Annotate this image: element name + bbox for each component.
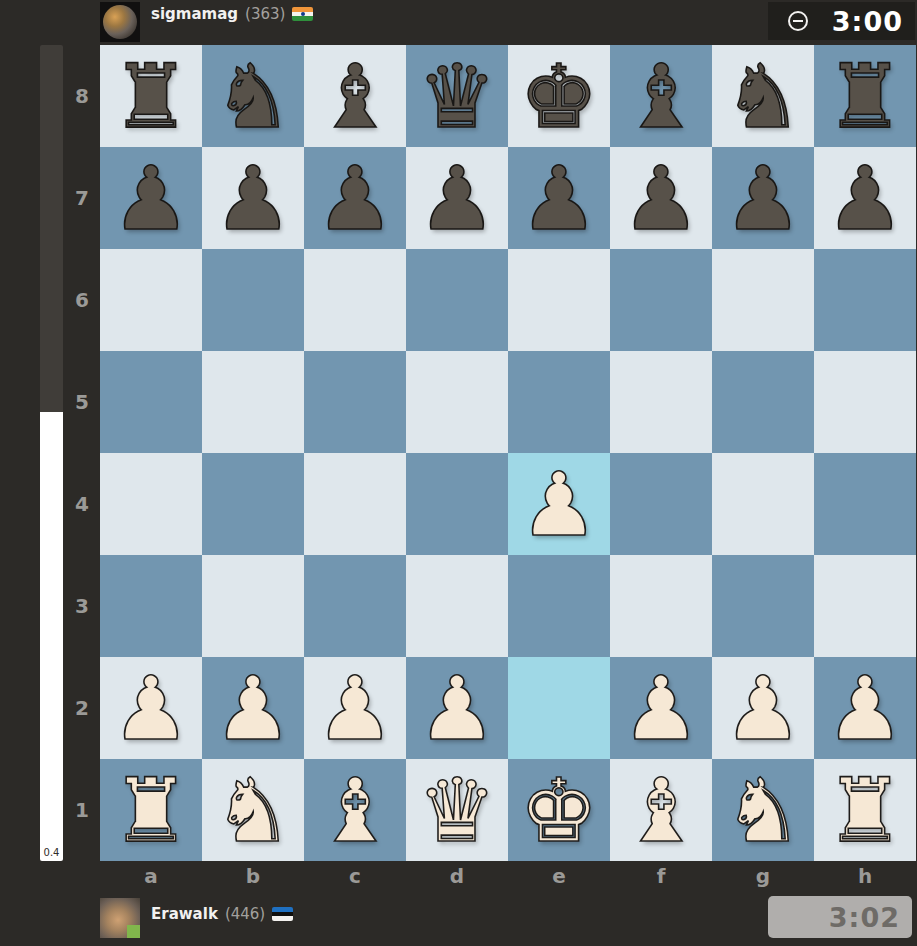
file-label-c: c — [304, 858, 406, 894]
square-d7[interactable]: ♟ — [406, 147, 508, 249]
square-c5[interactable] — [304, 351, 406, 453]
black-bishop-c8[interactable]: ♝ — [304, 45, 406, 147]
square-c3[interactable] — [304, 555, 406, 657]
square-h5[interactable] — [814, 351, 916, 453]
square-f6[interactable] — [610, 249, 712, 351]
bottom-player-avatar[interactable] — [100, 898, 140, 938]
white-pawn-h2[interactable]: ♟ — [814, 657, 916, 759]
square-h2[interactable]: ♟ — [814, 657, 916, 759]
black-pawn-c7[interactable]: ♟ — [304, 147, 406, 249]
square-f1[interactable]: ♝ — [610, 759, 712, 861]
square-e7[interactable]: ♟ — [508, 147, 610, 249]
square-d2[interactable]: ♟ — [406, 657, 508, 759]
square-a7[interactable]: ♟ — [100, 147, 202, 249]
top-player-name[interactable]: sigmamag — [151, 5, 238, 23]
square-a5[interactable] — [100, 351, 202, 453]
square-e4[interactable]: ♟ — [508, 453, 610, 555]
top-clock-time: 3:00 — [832, 6, 915, 37]
square-e6[interactable] — [508, 249, 610, 351]
black-pawn-g7[interactable]: ♟ — [712, 147, 814, 249]
square-a3[interactable] — [100, 555, 202, 657]
square-b5[interactable] — [202, 351, 304, 453]
square-a6[interactable] — [100, 249, 202, 351]
rank-label-2: 2 — [64, 657, 100, 759]
black-rook-a8[interactable]: ♜ — [100, 45, 202, 147]
avatar-image — [103, 5, 137, 39]
rank-label-1: 1 — [64, 759, 100, 861]
bottom-player-name[interactable]: Erawalk — [151, 905, 218, 923]
square-a1[interactable]: ♜ — [100, 759, 202, 861]
square-c1[interactable]: ♝ — [304, 759, 406, 861]
file-label-e: e — [508, 858, 610, 894]
square-e5[interactable] — [508, 351, 610, 453]
square-c2[interactable]: ♟ — [304, 657, 406, 759]
square-e2[interactable] — [508, 657, 610, 759]
square-g4[interactable] — [712, 453, 814, 555]
square-g8[interactable]: ♞ — [712, 45, 814, 147]
india-flag-icon — [292, 7, 313, 21]
square-b2[interactable]: ♟ — [202, 657, 304, 759]
white-pawn-a2[interactable]: ♟ — [100, 657, 202, 759]
black-bishop-f8[interactable]: ♝ — [610, 45, 712, 147]
square-f8[interactable]: ♝ — [610, 45, 712, 147]
white-pawn-g2[interactable]: ♟ — [712, 657, 814, 759]
black-rook-h8[interactable]: ♜ — [814, 45, 916, 147]
square-c4[interactable] — [304, 453, 406, 555]
black-knight-b8[interactable]: ♞ — [202, 45, 304, 147]
white-king-e1[interactable]: ♚ — [508, 759, 610, 861]
bottom-player-rating: (446) — [225, 905, 265, 923]
square-d5[interactable] — [406, 351, 508, 453]
file-label-a: a — [100, 858, 202, 894]
online-badge — [127, 925, 140, 938]
square-e8[interactable]: ♚ — [508, 45, 610, 147]
game-screen: sigmamag (363) 3:00 0.4 87654321 ♜♞♝♛♚♝♞… — [0, 0, 917, 946]
rank-label-6: 6 — [64, 249, 100, 351]
black-king-e8[interactable]: ♚ — [508, 45, 610, 147]
square-a8[interactable]: ♜ — [100, 45, 202, 147]
square-g5[interactable] — [712, 351, 814, 453]
top-player-avatar[interactable] — [100, 2, 140, 42]
file-labels: abcdefgh — [100, 858, 916, 894]
white-pawn-f2[interactable]: ♟ — [610, 657, 712, 759]
bottom-player-clock: 3:02 — [768, 896, 912, 938]
square-d8[interactable]: ♛ — [406, 45, 508, 147]
white-knight-g1[interactable]: ♞ — [712, 759, 814, 861]
evaluation-bar: 0.4 — [40, 45, 63, 861]
white-queen-d1[interactable]: ♛ — [406, 759, 508, 861]
square-b6[interactable] — [202, 249, 304, 351]
square-g7[interactable]: ♟ — [712, 147, 814, 249]
rank-label-3: 3 — [64, 555, 100, 657]
square-b4[interactable] — [202, 453, 304, 555]
rank-label-7: 7 — [64, 147, 100, 249]
square-f3[interactable] — [610, 555, 712, 657]
square-h8[interactable]: ♜ — [814, 45, 916, 147]
square-f2[interactable]: ♟ — [610, 657, 712, 759]
square-d4[interactable] — [406, 453, 508, 555]
square-b8[interactable]: ♞ — [202, 45, 304, 147]
white-pawn-c2[interactable]: ♟ — [304, 657, 406, 759]
file-label-b: b — [202, 858, 304, 894]
rank-label-5: 5 — [64, 351, 100, 453]
black-knight-g8[interactable]: ♞ — [712, 45, 814, 147]
square-d3[interactable] — [406, 555, 508, 657]
square-f4[interactable] — [610, 453, 712, 555]
square-d6[interactable] — [406, 249, 508, 351]
file-label-d: d — [406, 858, 508, 894]
square-c7[interactable]: ♟ — [304, 147, 406, 249]
square-a2[interactable]: ♟ — [100, 657, 202, 759]
black-pawn-f7[interactable]: ♟ — [610, 147, 712, 249]
square-f5[interactable] — [610, 351, 712, 453]
clock-minus-icon — [788, 11, 808, 31]
square-h1[interactable]: ♜ — [814, 759, 916, 861]
white-pawn-b2[interactable]: ♟ — [202, 657, 304, 759]
black-pawn-h7[interactable]: ♟ — [814, 147, 916, 249]
square-g1[interactable]: ♞ — [712, 759, 814, 861]
square-g3[interactable] — [712, 555, 814, 657]
square-e3[interactable] — [508, 555, 610, 657]
file-label-g: g — [712, 858, 814, 894]
bottom-clock-time: 3:02 — [829, 902, 912, 933]
estonia-flag-icon — [272, 907, 293, 921]
board: ♜♞♝♛♚♝♞♜♟♟♟♟♟♟♟♟♟♟♟♟♟♟♟♟♜♞♝♛♚♝♞♜ — [100, 45, 916, 861]
black-pawn-e7[interactable]: ♟ — [508, 147, 610, 249]
square-g6[interactable] — [712, 249, 814, 351]
white-rook-h1[interactable]: ♜ — [814, 759, 916, 861]
white-pawn-e4[interactable]: ♟ — [508, 453, 610, 555]
white-knight-b1[interactable]: ♞ — [202, 759, 304, 861]
black-queen-d8[interactable]: ♛ — [406, 45, 508, 147]
top-player-clock: 3:00 — [768, 2, 915, 40]
square-h7[interactable]: ♟ — [814, 147, 916, 249]
top-player-rating: (363) — [245, 5, 285, 23]
black-pawn-b7[interactable]: ♟ — [202, 147, 304, 249]
evaluation-bar-white-fill: 0.4 — [40, 412, 63, 861]
square-g2[interactable]: ♟ — [712, 657, 814, 759]
white-bishop-f1[interactable]: ♝ — [610, 759, 712, 861]
top-player-bar: sigmamag (363) — [100, 2, 313, 42]
square-c6[interactable] — [304, 249, 406, 351]
square-e1[interactable]: ♚ — [508, 759, 610, 861]
white-bishop-c1[interactable]: ♝ — [304, 759, 406, 861]
square-a4[interactable] — [100, 453, 202, 555]
square-c8[interactable]: ♝ — [304, 45, 406, 147]
square-h4[interactable] — [814, 453, 916, 555]
white-rook-a1[interactable]: ♜ — [100, 759, 202, 861]
square-b1[interactable]: ♞ — [202, 759, 304, 861]
square-b3[interactable] — [202, 555, 304, 657]
square-f7[interactable]: ♟ — [610, 147, 712, 249]
black-pawn-d7[interactable]: ♟ — [406, 147, 508, 249]
bottom-player-bar: Erawalk (446) — [100, 898, 293, 938]
black-pawn-a7[interactable]: ♟ — [100, 147, 202, 249]
rank-label-4: 4 — [64, 453, 100, 555]
rank-labels: 87654321 — [64, 45, 100, 861]
square-h6[interactable] — [814, 249, 916, 351]
evaluation-score: 0.4 — [40, 847, 63, 858]
file-label-f: f — [610, 858, 712, 894]
file-label-h: h — [814, 858, 916, 894]
square-d1[interactable]: ♛ — [406, 759, 508, 861]
square-h3[interactable] — [814, 555, 916, 657]
rank-label-8: 8 — [64, 45, 100, 147]
white-pawn-d2[interactable]: ♟ — [406, 657, 508, 759]
square-b7[interactable]: ♟ — [202, 147, 304, 249]
